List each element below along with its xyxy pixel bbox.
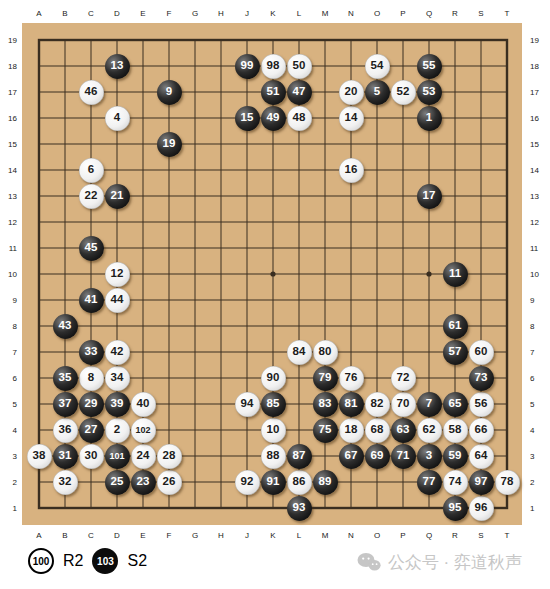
- stone-71-P3: 71: [391, 444, 416, 469]
- column-label: H: [208, 9, 234, 21]
- column-label: D: [104, 9, 130, 21]
- row-label: 2: [527, 478, 545, 487]
- column-label: G: [182, 531, 208, 543]
- column-label: S: [468, 531, 494, 543]
- row-label: 18: [527, 62, 545, 71]
- stone-58-R4: 58: [443, 418, 468, 443]
- stone-67-N3: 67: [339, 444, 364, 469]
- stone-52-P17: 52: [391, 80, 416, 105]
- row-label: 3: [527, 452, 545, 461]
- stone-26-F2: 26: [157, 470, 182, 495]
- stone-33-C7: 33: [79, 340, 104, 365]
- column-label: B: [52, 531, 78, 543]
- stone-3-Q3: 3: [417, 444, 442, 469]
- stone-7-Q5: 7: [417, 392, 442, 417]
- stone-51-K17: 51: [261, 80, 286, 105]
- column-label: Q: [416, 531, 442, 543]
- row-label: 11: [527, 244, 545, 253]
- row-labels-left: 19181716151413121110987654321: [2, 27, 20, 521]
- stone-70-P5: 70: [391, 392, 416, 417]
- stone-24-E3: 24: [131, 444, 156, 469]
- stone-18-N4: 18: [339, 418, 364, 443]
- column-label: L: [286, 9, 312, 21]
- column-label: T: [494, 531, 520, 543]
- column-label: L: [286, 531, 312, 543]
- stone-38-A3: 38: [27, 444, 52, 469]
- stone-23-E2: 23: [131, 470, 156, 495]
- row-label: 15: [2, 140, 20, 149]
- stone-68-O4: 68: [365, 418, 390, 443]
- column-label: N: [338, 531, 364, 543]
- stone-20-N17: 20: [339, 80, 364, 105]
- stone-80-M7: 80: [313, 340, 338, 365]
- stone-40-E5: 40: [131, 392, 156, 417]
- stone-14-N16: 14: [339, 106, 364, 131]
- stone-60-S7: 60: [469, 340, 494, 365]
- stone-5-O17: 5: [365, 80, 390, 105]
- stone-62-Q4: 62: [417, 418, 442, 443]
- stone-85-K5: 85: [261, 392, 286, 417]
- stone-16-N14: 16: [339, 158, 364, 183]
- stone-79-M6: 79: [313, 366, 338, 391]
- stone-46-C17: 46: [79, 80, 104, 105]
- row-label: 11: [2, 244, 20, 253]
- stone-37-B5: 37: [53, 392, 78, 417]
- stone-50-L18: 50: [287, 54, 312, 79]
- row-label: 10: [2, 270, 20, 279]
- stone-74-R2: 74: [443, 470, 468, 495]
- watermark: 公众号 · 弈道秋声: [357, 549, 522, 575]
- stone-31-B3: 31: [53, 444, 78, 469]
- row-label: 4: [2, 426, 20, 435]
- stone-2-D4: 2: [105, 418, 130, 443]
- column-label: K: [260, 531, 286, 543]
- kifu-diagram: ABCDEFGHJKLMNOPQRST ABCDEFGHJKLMNOPQRST …: [0, 0, 550, 589]
- stone-54-O18: 54: [365, 54, 390, 79]
- stone-49-K16: 49: [261, 106, 286, 131]
- row-label: 12: [2, 218, 20, 227]
- row-label: 13: [527, 192, 545, 201]
- stone-22-C13: 22: [79, 184, 104, 209]
- row-label: 9: [2, 296, 20, 305]
- stone-42-D7: 42: [105, 340, 130, 365]
- stone-45-C11: 45: [79, 236, 104, 261]
- stone-53-Q17: 53: [417, 80, 442, 105]
- stone-36-B4: 36: [53, 418, 78, 443]
- stone-83-M5: 83: [313, 392, 338, 417]
- stone-78-T2: 78: [495, 470, 520, 495]
- stone-94-J5: 94: [235, 392, 260, 417]
- row-label: 2: [2, 478, 20, 487]
- stone-81-N5: 81: [339, 392, 364, 417]
- stone-101-D3: 101: [105, 444, 130, 469]
- column-label: C: [78, 531, 104, 543]
- row-label: 16: [2, 114, 20, 123]
- stone-28-F3: 28: [157, 444, 182, 469]
- stone-34-D6: 34: [105, 366, 130, 391]
- column-label: B: [52, 9, 78, 21]
- stone-99-J18: 99: [235, 54, 260, 79]
- stone-82-O5: 82: [365, 392, 390, 417]
- row-label: 17: [2, 88, 20, 97]
- column-label: R: [442, 531, 468, 543]
- column-label: M: [312, 531, 338, 543]
- stone-9-F17: 9: [157, 80, 182, 105]
- column-label: C: [78, 9, 104, 21]
- stone-102-E4: 102: [131, 418, 156, 443]
- column-label: G: [182, 9, 208, 21]
- stone-92-J2: 92: [235, 470, 260, 495]
- stone-63-P4: 63: [391, 418, 416, 443]
- stone-27-C4: 27: [79, 418, 104, 443]
- column-label: F: [156, 9, 182, 21]
- row-label: 7: [527, 348, 545, 357]
- column-label: J: [234, 9, 260, 21]
- row-label: 10: [527, 270, 545, 279]
- stone-21-D13: 21: [105, 184, 130, 209]
- row-label: 12: [527, 218, 545, 227]
- row-label: 6: [2, 374, 20, 383]
- column-label: K: [260, 9, 286, 21]
- column-label: S: [468, 9, 494, 21]
- board-stones-grid: 1234567891011121314151617181920212223242…: [26, 27, 520, 521]
- stone-90-K6: 90: [261, 366, 286, 391]
- column-label: E: [130, 531, 156, 543]
- column-label: O: [364, 531, 390, 543]
- row-label: 13: [2, 192, 20, 201]
- row-label: 19: [527, 36, 545, 45]
- column-label: N: [338, 9, 364, 21]
- row-label: 3: [2, 452, 20, 461]
- stone-73-S6: 73: [469, 366, 494, 391]
- stone-61-R8: 61: [443, 314, 468, 339]
- column-labels-bottom: ABCDEFGHJKLMNOPQRST: [26, 531, 520, 543]
- row-label: 5: [527, 400, 545, 409]
- column-label: O: [364, 9, 390, 21]
- row-label: 5: [2, 400, 20, 409]
- stone-47-L17: 47: [287, 80, 312, 105]
- legend-black-stone: 103: [92, 548, 118, 574]
- column-label: J: [234, 531, 260, 543]
- stone-86-L2: 86: [287, 470, 312, 495]
- column-label: E: [130, 9, 156, 21]
- column-label: H: [208, 531, 234, 543]
- column-label: R: [442, 9, 468, 21]
- stone-72-P6: 72: [391, 366, 416, 391]
- stone-91-K2: 91: [261, 470, 286, 495]
- stone-8-C6: 8: [79, 366, 104, 391]
- stone-17-Q13: 17: [417, 184, 442, 209]
- stone-44-D9: 44: [105, 288, 130, 313]
- stone-13-D18: 13: [105, 54, 130, 79]
- moves-legend: 100 R2 103 S2: [28, 546, 147, 576]
- stone-6-C14: 6: [79, 158, 104, 183]
- stone-29-C5: 29: [79, 392, 104, 417]
- column-label: Q: [416, 9, 442, 21]
- column-label: M: [312, 9, 338, 21]
- stone-97-S2: 97: [469, 470, 494, 495]
- column-label: P: [390, 531, 416, 543]
- row-label: 18: [2, 62, 20, 71]
- column-labels-top: ABCDEFGHJKLMNOPQRST: [26, 9, 520, 21]
- legend-white-point: R2: [63, 552, 83, 570]
- row-labels-right: 19181716151413121110987654321: [527, 27, 545, 521]
- stone-32-B2: 32: [53, 470, 78, 495]
- row-label: 1: [2, 504, 20, 513]
- stone-84-L7: 84: [287, 340, 312, 365]
- stone-93-L1: 93: [287, 496, 312, 521]
- stone-96-S1: 96: [469, 496, 494, 521]
- stone-19-F15: 19: [157, 132, 182, 157]
- row-label: 8: [2, 322, 20, 331]
- stone-66-S4: 66: [469, 418, 494, 443]
- stone-77-Q2: 77: [417, 470, 442, 495]
- stone-12-D10: 12: [105, 262, 130, 287]
- legend-black-point: S2: [127, 552, 147, 570]
- stone-48-L16: 48: [287, 106, 312, 131]
- column-label: A: [26, 531, 52, 543]
- row-label: 1: [527, 504, 545, 513]
- stone-10-K4: 10: [261, 418, 286, 443]
- row-label: 6: [527, 374, 545, 383]
- stone-59-R3: 59: [443, 444, 468, 469]
- column-label: A: [26, 9, 52, 21]
- stone-89-M2: 89: [313, 470, 338, 495]
- stone-56-S5: 56: [469, 392, 494, 417]
- stone-64-S3: 64: [469, 444, 494, 469]
- column-label: F: [156, 531, 182, 543]
- stone-25-D2: 25: [105, 470, 130, 495]
- stone-88-K3: 88: [261, 444, 286, 469]
- row-label: 15: [527, 140, 545, 149]
- row-label: 14: [527, 166, 545, 175]
- stone-95-R1: 95: [443, 496, 468, 521]
- stone-69-O3: 69: [365, 444, 390, 469]
- watermark-text: 公众号 · 弈道秋声: [388, 551, 522, 574]
- row-label: 19: [2, 36, 20, 45]
- wechat-icon: [357, 552, 381, 572]
- stone-41-C9: 41: [79, 288, 104, 313]
- stone-98-K18: 98: [261, 54, 286, 79]
- row-label: 14: [2, 166, 20, 175]
- stone-55-Q18: 55: [417, 54, 442, 79]
- stone-87-L3: 87: [287, 444, 312, 469]
- stone-57-R7: 57: [443, 340, 468, 365]
- stone-65-R5: 65: [443, 392, 468, 417]
- stone-11-R10: 11: [443, 262, 468, 287]
- row-label: 7: [2, 348, 20, 357]
- column-label: P: [390, 9, 416, 21]
- stone-30-C3: 30: [79, 444, 104, 469]
- row-label: 8: [527, 322, 545, 331]
- stone-43-B8: 43: [53, 314, 78, 339]
- stone-39-D5: 39: [105, 392, 130, 417]
- stone-76-N6: 76: [339, 366, 364, 391]
- row-label: 9: [527, 296, 545, 305]
- stone-35-B6: 35: [53, 366, 78, 391]
- stone-1-Q16: 1: [417, 106, 442, 131]
- column-label: D: [104, 531, 130, 543]
- stone-4-D16: 4: [105, 106, 130, 131]
- row-label: 17: [527, 88, 545, 97]
- row-label: 16: [527, 114, 545, 123]
- legend-white-stone: 100: [28, 548, 54, 574]
- column-label: T: [494, 9, 520, 21]
- stone-15-J16: 15: [235, 106, 260, 131]
- row-label: 4: [527, 426, 545, 435]
- stone-75-M4: 75: [313, 418, 338, 443]
